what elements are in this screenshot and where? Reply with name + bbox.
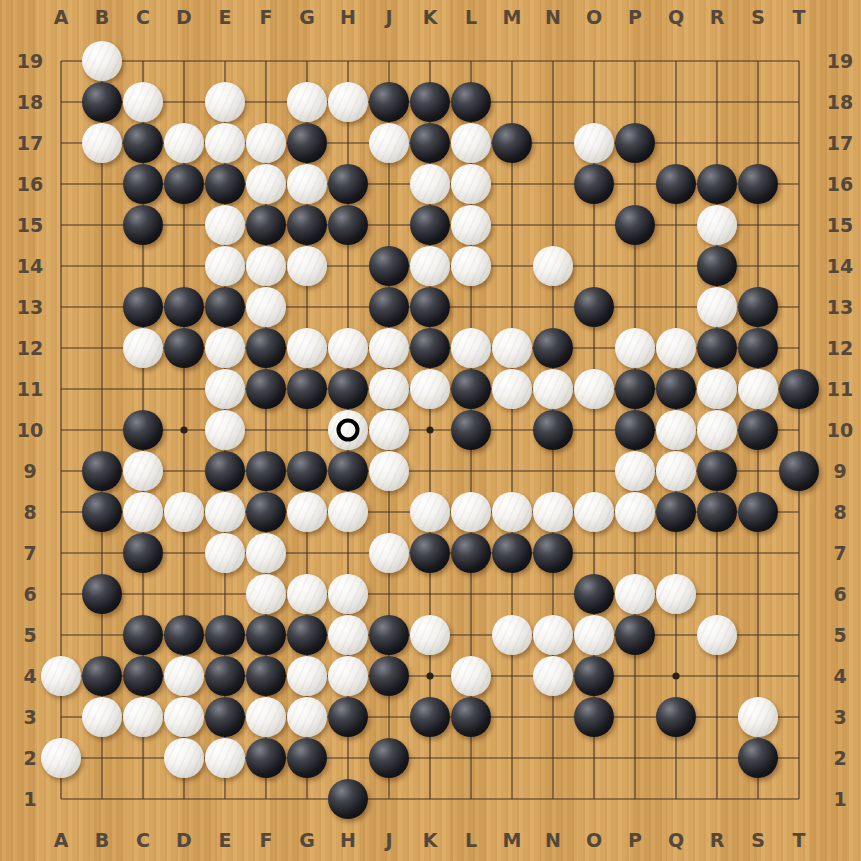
black-stone[interactable]: [328, 205, 368, 245]
black-stone[interactable]: [287, 615, 327, 655]
white-stone[interactable]: [369, 328, 409, 368]
row-label-right: 6: [833, 583, 846, 605]
white-stone[interactable]: [287, 574, 327, 614]
star-point: [672, 672, 679, 679]
black-stone[interactable]: [410, 533, 450, 573]
black-stone[interactable]: [656, 492, 696, 532]
black-stone[interactable]: [369, 656, 409, 696]
white-stone[interactable]: [328, 82, 368, 122]
white-stone[interactable]: [451, 246, 491, 286]
black-stone[interactable]: [246, 328, 286, 368]
white-stone[interactable]: [451, 492, 491, 532]
black-stone[interactable]: [123, 533, 163, 573]
black-stone[interactable]: [246, 369, 286, 409]
column-label-bottom: E: [219, 829, 232, 851]
white-stone[interactable]: [164, 656, 204, 696]
column-label-bottom: C: [136, 829, 150, 851]
white-stone[interactable]: [287, 328, 327, 368]
black-stone[interactable]: [451, 410, 491, 450]
column-label-top: Q: [668, 6, 684, 28]
column-label-top: P: [628, 6, 642, 28]
black-stone[interactable]: [656, 164, 696, 204]
star-point: [426, 426, 433, 433]
white-stone[interactable]: [246, 697, 286, 737]
black-stone[interactable]: [287, 123, 327, 163]
black-stone[interactable]: [738, 492, 778, 532]
black-stone[interactable]: [451, 533, 491, 573]
black-stone[interactable]: [328, 369, 368, 409]
black-stone[interactable]: [369, 615, 409, 655]
column-label-bottom: D: [176, 829, 192, 851]
white-stone[interactable]: [656, 410, 696, 450]
column-label-bottom: P: [628, 829, 642, 851]
white-stone[interactable]: [287, 82, 327, 122]
row-label-right: 7: [833, 542, 846, 564]
row-label-right: 10: [827, 419, 853, 441]
white-stone[interactable]: [205, 492, 245, 532]
white-stone[interactable]: [615, 492, 655, 532]
column-label-bottom: L: [465, 829, 477, 851]
column-label-top: J: [385, 6, 392, 28]
row-label-left: 18: [17, 91, 43, 113]
white-stone[interactable]: [697, 369, 737, 409]
white-stone[interactable]: [328, 492, 368, 532]
black-stone[interactable]: [656, 697, 696, 737]
white-stone[interactable]: [492, 615, 532, 655]
black-stone[interactable]: [369, 738, 409, 778]
row-label-right: 14: [827, 255, 853, 277]
black-stone[interactable]: [492, 533, 532, 573]
black-stone[interactable]: [410, 697, 450, 737]
black-stone[interactable]: [287, 451, 327, 491]
black-stone[interactable]: [328, 697, 368, 737]
column-label-top: F: [260, 6, 273, 28]
black-stone[interactable]: [287, 738, 327, 778]
column-label-bottom: B: [95, 829, 109, 851]
white-stone[interactable]: [205, 123, 245, 163]
black-stone[interactable]: [697, 492, 737, 532]
white-stone[interactable]: [287, 492, 327, 532]
black-stone[interactable]: [451, 369, 491, 409]
white-stone[interactable]: [533, 656, 573, 696]
white-stone[interactable]: [410, 246, 450, 286]
white-stone[interactable]: [533, 246, 573, 286]
row-label-left: 15: [17, 214, 43, 236]
white-stone[interactable]: [205, 328, 245, 368]
black-stone[interactable]: [246, 205, 286, 245]
black-stone[interactable]: [328, 451, 368, 491]
black-stone[interactable]: [656, 369, 696, 409]
white-stone[interactable]: [164, 738, 204, 778]
column-label-top: M: [503, 6, 522, 28]
row-label-left: 12: [17, 337, 43, 359]
black-stone[interactable]: [369, 82, 409, 122]
white-stone[interactable]: [123, 697, 163, 737]
black-stone[interactable]: [738, 164, 778, 204]
black-stone[interactable]: [410, 82, 450, 122]
row-label-left: 5: [23, 624, 36, 646]
black-stone[interactable]: [697, 246, 737, 286]
white-stone[interactable]: [451, 205, 491, 245]
column-label-top: H: [340, 6, 356, 28]
white-stone[interactable]: [451, 123, 491, 163]
row-label-right: 3: [833, 706, 846, 728]
white-stone[interactable]: [82, 41, 122, 81]
row-label-right: 4: [833, 665, 846, 687]
white-stone[interactable]: [533, 615, 573, 655]
white-stone[interactable]: [246, 574, 286, 614]
column-label-bottom: H: [340, 829, 356, 851]
black-stone[interactable]: [615, 205, 655, 245]
column-label-bottom: T: [793, 829, 806, 851]
row-label-left: 4: [23, 665, 36, 687]
black-stone[interactable]: [410, 328, 450, 368]
white-stone[interactable]: [451, 164, 491, 204]
white-stone[interactable]: [164, 123, 204, 163]
white-stone[interactable]: [738, 697, 778, 737]
black-stone[interactable]: [246, 492, 286, 532]
black-stone[interactable]: [123, 656, 163, 696]
black-stone[interactable]: [574, 656, 614, 696]
black-stone[interactable]: [164, 328, 204, 368]
white-stone[interactable]: [287, 656, 327, 696]
last-move-circle-marker: [337, 419, 360, 442]
black-stone[interactable]: [410, 205, 450, 245]
star-point: [180, 426, 187, 433]
white-stone[interactable]: [738, 369, 778, 409]
column-label-bottom: N: [545, 829, 561, 851]
white-stone[interactable]: [369, 533, 409, 573]
white-stone[interactable]: [492, 369, 532, 409]
white-stone[interactable]: [410, 492, 450, 532]
white-stone[interactable]: [697, 287, 737, 327]
black-stone[interactable]: [328, 164, 368, 204]
row-label-right: 19: [827, 50, 853, 72]
white-stone[interactable]: [615, 574, 655, 614]
row-label-left: 17: [17, 132, 43, 154]
black-stone[interactable]: [205, 656, 245, 696]
white-stone[interactable]: [410, 164, 450, 204]
white-stone[interactable]: [246, 164, 286, 204]
row-label-right: 13: [827, 296, 853, 318]
white-stone[interactable]: [574, 492, 614, 532]
black-stone[interactable]: [246, 738, 286, 778]
white-stone[interactable]: [287, 164, 327, 204]
white-stone[interactable]: [123, 451, 163, 491]
black-stone[interactable]: [615, 369, 655, 409]
row-label-left: 3: [23, 706, 36, 728]
row-label-right: 18: [827, 91, 853, 113]
white-stone[interactable]: [164, 697, 204, 737]
black-stone[interactable]: [697, 451, 737, 491]
black-stone[interactable]: [205, 697, 245, 737]
column-label-bottom: J: [385, 829, 392, 851]
row-label-right: 1: [833, 788, 846, 810]
black-stone[interactable]: [533, 410, 573, 450]
black-stone[interactable]: [123, 123, 163, 163]
column-label-top: A: [54, 6, 69, 28]
black-stone[interactable]: [205, 287, 245, 327]
black-stone[interactable]: [82, 656, 122, 696]
black-stone[interactable]: [205, 164, 245, 204]
row-label-left: 9: [23, 460, 36, 482]
row-label-left: 10: [17, 419, 43, 441]
white-stone[interactable]: [205, 738, 245, 778]
white-stone[interactable]: [328, 574, 368, 614]
column-label-top: C: [136, 6, 150, 28]
black-stone[interactable]: [574, 287, 614, 327]
white-stone[interactable]: [164, 492, 204, 532]
row-label-right: 16: [827, 173, 853, 195]
column-label-top: K: [423, 6, 438, 28]
row-label-left: 7: [23, 542, 36, 564]
black-stone[interactable]: [82, 492, 122, 532]
black-stone[interactable]: [738, 410, 778, 450]
white-stone[interactable]: [533, 369, 573, 409]
column-label-top: O: [586, 6, 602, 28]
white-stone[interactable]: [205, 246, 245, 286]
row-label-right: 15: [827, 214, 853, 236]
white-stone[interactable]: [615, 328, 655, 368]
white-stone[interactable]: [205, 82, 245, 122]
black-stone[interactable]: [82, 82, 122, 122]
black-stone[interactable]: [164, 164, 204, 204]
star-point: [426, 672, 433, 679]
black-stone[interactable]: [533, 328, 573, 368]
white-stone[interactable]: [574, 615, 614, 655]
black-stone[interactable]: [246, 656, 286, 696]
white-stone[interactable]: [328, 328, 368, 368]
white-stone[interactable]: [246, 287, 286, 327]
black-stone[interactable]: [369, 287, 409, 327]
black-stone[interactable]: [164, 287, 204, 327]
column-label-top: S: [751, 6, 765, 28]
black-stone[interactable]: [738, 328, 778, 368]
black-stone[interactable]: [164, 615, 204, 655]
column-label-top: B: [95, 6, 109, 28]
black-stone[interactable]: [287, 205, 327, 245]
column-label-bottom: M: [503, 829, 522, 851]
column-label-bottom: K: [423, 829, 438, 851]
black-stone[interactable]: [492, 123, 532, 163]
white-stone[interactable]: [246, 246, 286, 286]
black-stone[interactable]: [328, 779, 368, 819]
white-stone[interactable]: [451, 328, 491, 368]
white-stone[interactable]: [697, 615, 737, 655]
white-stone[interactable]: [369, 410, 409, 450]
black-stone[interactable]: [246, 615, 286, 655]
black-stone[interactable]: [615, 410, 655, 450]
white-stone[interactable]: [615, 451, 655, 491]
row-label-left: 14: [17, 255, 43, 277]
column-label-top: R: [710, 6, 725, 28]
black-stone[interactable]: [738, 287, 778, 327]
white-stone[interactable]: [697, 410, 737, 450]
column-label-bottom: A: [54, 829, 69, 851]
white-stone[interactable]: [205, 205, 245, 245]
black-stone[interactable]: [574, 697, 614, 737]
black-stone[interactable]: [123, 164, 163, 204]
black-stone[interactable]: [451, 697, 491, 737]
black-stone[interactable]: [615, 123, 655, 163]
black-stone[interactable]: [410, 287, 450, 327]
row-label-right: 12: [827, 337, 853, 359]
black-stone[interactable]: [738, 738, 778, 778]
black-stone[interactable]: [205, 615, 245, 655]
row-label-left: 2: [23, 747, 36, 769]
column-label-top: N: [545, 6, 561, 28]
black-stone[interactable]: [123, 615, 163, 655]
white-stone[interactable]: [123, 82, 163, 122]
white-stone[interactable]: [41, 656, 81, 696]
black-stone[interactable]: [574, 574, 614, 614]
black-stone[interactable]: [246, 451, 286, 491]
white-stone[interactable]: [410, 615, 450, 655]
white-stone[interactable]: [369, 123, 409, 163]
black-stone[interactable]: [369, 246, 409, 286]
white-stone[interactable]: [328, 410, 368, 450]
row-label-left: 6: [23, 583, 36, 605]
white-stone[interactable]: [492, 328, 532, 368]
column-label-top: E: [219, 6, 232, 28]
black-stone[interactable]: [574, 164, 614, 204]
goban[interactable]: AABBCCDDEEFFGGHHJJKKLLMMNNOOPPQQRRSSTT19…: [0, 0, 861, 861]
white-stone[interactable]: [656, 451, 696, 491]
row-label-left: 16: [17, 173, 43, 195]
white-stone[interactable]: [205, 410, 245, 450]
column-label-bottom: S: [751, 829, 765, 851]
white-stone[interactable]: [328, 656, 368, 696]
white-stone[interactable]: [451, 656, 491, 696]
black-stone[interactable]: [451, 82, 491, 122]
column-label-top: D: [176, 6, 192, 28]
white-stone[interactable]: [656, 328, 696, 368]
row-label-right: 17: [827, 132, 853, 154]
goban-screen: AABBCCDDEEFFGGHHJJKKLLMMNNOOPPQQRRSSTT19…: [0, 0, 861, 861]
white-stone[interactable]: [492, 492, 532, 532]
black-stone[interactable]: [533, 533, 573, 573]
column-label-bottom: O: [586, 829, 602, 851]
black-stone[interactable]: [123, 287, 163, 327]
black-stone[interactable]: [287, 369, 327, 409]
black-stone[interactable]: [779, 369, 819, 409]
black-stone[interactable]: [205, 451, 245, 491]
white-stone[interactable]: [574, 369, 614, 409]
row-label-left: 19: [17, 50, 43, 72]
column-label-bottom: G: [299, 829, 315, 851]
black-stone[interactable]: [779, 451, 819, 491]
white-stone[interactable]: [123, 328, 163, 368]
white-stone[interactable]: [369, 369, 409, 409]
white-stone[interactable]: [328, 615, 368, 655]
white-stone[interactable]: [82, 697, 122, 737]
white-stone[interactable]: [533, 492, 573, 532]
black-stone[interactable]: [615, 615, 655, 655]
row-label-left: 8: [23, 501, 36, 523]
black-stone[interactable]: [123, 410, 163, 450]
black-stone[interactable]: [410, 123, 450, 163]
white-stone[interactable]: [205, 533, 245, 573]
column-label-top: T: [793, 6, 806, 28]
row-label-right: 11: [827, 378, 853, 400]
column-label-bottom: R: [710, 829, 725, 851]
white-stone[interactable]: [205, 369, 245, 409]
white-stone[interactable]: [246, 123, 286, 163]
column-label-bottom: F: [260, 829, 273, 851]
row-label-right: 9: [833, 460, 846, 482]
row-label-left: 1: [23, 788, 36, 810]
white-stone[interactable]: [287, 697, 327, 737]
white-stone[interactable]: [123, 492, 163, 532]
white-stone[interactable]: [287, 246, 327, 286]
black-stone[interactable]: [697, 164, 737, 204]
row-label-left: 13: [17, 296, 43, 318]
row-label-right: 5: [833, 624, 846, 646]
column-label-top: G: [299, 6, 315, 28]
black-stone[interactable]: [82, 574, 122, 614]
white-stone[interactable]: [369, 451, 409, 491]
black-stone[interactable]: [123, 205, 163, 245]
black-stone[interactable]: [697, 328, 737, 368]
black-stone[interactable]: [82, 451, 122, 491]
row-label-right: 2: [833, 747, 846, 769]
white-stone[interactable]: [697, 205, 737, 245]
white-stone[interactable]: [574, 123, 614, 163]
white-stone[interactable]: [410, 369, 450, 409]
row-label-left: 11: [17, 378, 43, 400]
white-stone[interactable]: [41, 738, 81, 778]
white-stone[interactable]: [656, 574, 696, 614]
white-stone[interactable]: [246, 533, 286, 573]
row-label-right: 8: [833, 501, 846, 523]
column-label-bottom: Q: [668, 829, 684, 851]
white-stone[interactable]: [82, 123, 122, 163]
column-label-top: L: [465, 6, 477, 28]
